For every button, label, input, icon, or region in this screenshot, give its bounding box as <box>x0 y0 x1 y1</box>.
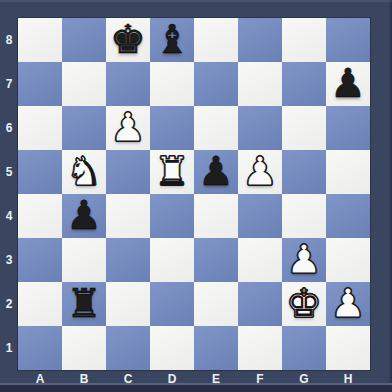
rank-label-8: 8 <box>0 18 18 62</box>
rank-label-6: 6 <box>0 106 18 150</box>
square-b2[interactable]: ♜ <box>62 282 106 326</box>
file-label-a: A <box>18 371 62 387</box>
square-d6[interactable] <box>150 106 194 150</box>
file-label-d: D <box>150 371 194 387</box>
piece-white-pawn[interactable]: ♟ <box>242 149 278 193</box>
square-f7[interactable] <box>238 62 282 106</box>
square-d4[interactable] <box>150 194 194 238</box>
file-label-f: F <box>238 371 282 387</box>
square-a4[interactable] <box>18 194 62 238</box>
chess-board: ♚♝♟♟♞♜♟♟♟♟♜♚♟ <box>18 18 370 370</box>
square-d3[interactable] <box>150 238 194 282</box>
square-b3[interactable] <box>62 238 106 282</box>
square-e3[interactable] <box>194 238 238 282</box>
piece-white-king[interactable]: ♚ <box>286 281 322 325</box>
square-b5[interactable]: ♞ <box>62 150 106 194</box>
square-g5[interactable] <box>282 150 326 194</box>
square-c7[interactable] <box>106 62 150 106</box>
square-b1[interactable] <box>62 326 106 370</box>
square-b6[interactable] <box>62 106 106 150</box>
file-label-c: C <box>106 371 150 387</box>
piece-black-pawn[interactable]: ♟ <box>198 149 234 193</box>
square-h6[interactable] <box>326 106 370 150</box>
square-c4[interactable] <box>106 194 150 238</box>
square-e1[interactable] <box>194 326 238 370</box>
square-a7[interactable] <box>18 62 62 106</box>
square-f2[interactable] <box>238 282 282 326</box>
piece-black-rook[interactable]: ♜ <box>66 281 102 325</box>
square-f3[interactable] <box>238 238 282 282</box>
square-f1[interactable] <box>238 326 282 370</box>
square-a1[interactable] <box>18 326 62 370</box>
square-h1[interactable] <box>326 326 370 370</box>
square-c1[interactable] <box>106 326 150 370</box>
square-h4[interactable] <box>326 194 370 238</box>
piece-black-pawn[interactable]: ♟ <box>66 193 102 237</box>
square-d8[interactable]: ♝ <box>150 18 194 62</box>
piece-black-pawn[interactable]: ♟ <box>330 61 366 105</box>
square-a8[interactable] <box>18 18 62 62</box>
square-d5[interactable]: ♜ <box>150 150 194 194</box>
square-a5[interactable] <box>18 150 62 194</box>
square-h7[interactable]: ♟ <box>326 62 370 106</box>
square-h3[interactable] <box>326 238 370 282</box>
rank-label-1: 1 <box>0 326 18 370</box>
square-a3[interactable] <box>18 238 62 282</box>
piece-white-pawn[interactable]: ♟ <box>110 105 146 149</box>
square-g4[interactable] <box>282 194 326 238</box>
square-e6[interactable] <box>194 106 238 150</box>
square-h2[interactable]: ♟ <box>326 282 370 326</box>
rank-label-2: 2 <box>0 282 18 326</box>
square-f4[interactable] <box>238 194 282 238</box>
file-label-b: B <box>62 371 106 387</box>
rank-label-7: 7 <box>0 62 18 106</box>
file-labels: ABCDEFGH <box>18 371 370 387</box>
square-f8[interactable] <box>238 18 282 62</box>
frame-top-highlight <box>0 0 392 2</box>
square-c8[interactable]: ♚ <box>106 18 150 62</box>
piece-black-king[interactable]: ♚ <box>110 17 146 61</box>
square-c3[interactable] <box>106 238 150 282</box>
piece-white-pawn[interactable]: ♟ <box>286 237 322 281</box>
rank-labels: 87654321 <box>0 18 18 370</box>
square-b7[interactable] <box>62 62 106 106</box>
file-label-e: E <box>194 371 238 387</box>
square-a2[interactable] <box>18 282 62 326</box>
square-g1[interactable] <box>282 326 326 370</box>
square-h5[interactable] <box>326 150 370 194</box>
square-c2[interactable] <box>106 282 150 326</box>
square-e7[interactable] <box>194 62 238 106</box>
square-e5[interactable]: ♟ <box>194 150 238 194</box>
piece-white-rook[interactable]: ♜ <box>154 149 190 193</box>
square-d7[interactable] <box>150 62 194 106</box>
square-d1[interactable] <box>150 326 194 370</box>
file-label-h: H <box>326 371 370 387</box>
rank-label-5: 5 <box>0 150 18 194</box>
square-g6[interactable] <box>282 106 326 150</box>
square-b4[interactable]: ♟ <box>62 194 106 238</box>
rank-label-3: 3 <box>0 238 18 282</box>
square-c6[interactable]: ♟ <box>106 106 150 150</box>
square-e4[interactable] <box>194 194 238 238</box>
square-f5[interactable]: ♟ <box>238 150 282 194</box>
square-e8[interactable] <box>194 18 238 62</box>
square-g3[interactable]: ♟ <box>282 238 326 282</box>
chess-board-window: 87654321 ♚♝♟♟♞♜♟♟♟♟♜♚♟ ABCDEFGH <box>0 0 392 392</box>
file-label-g: G <box>282 371 326 387</box>
square-e2[interactable] <box>194 282 238 326</box>
square-a6[interactable] <box>18 106 62 150</box>
square-h8[interactable] <box>326 18 370 62</box>
frame-shade-right <box>388 0 392 392</box>
square-f6[interactable] <box>238 106 282 150</box>
piece-black-bishop[interactable]: ♝ <box>154 17 190 61</box>
square-g8[interactable] <box>282 18 326 62</box>
piece-white-pawn[interactable]: ♟ <box>330 281 366 325</box>
square-g7[interactable] <box>282 62 326 106</box>
rank-label-4: 4 <box>0 194 18 238</box>
piece-white-knight[interactable]: ♞ <box>66 149 102 193</box>
square-d2[interactable] <box>150 282 194 326</box>
square-c5[interactable] <box>106 150 150 194</box>
square-b8[interactable] <box>62 18 106 62</box>
square-g2[interactable]: ♚ <box>282 282 326 326</box>
